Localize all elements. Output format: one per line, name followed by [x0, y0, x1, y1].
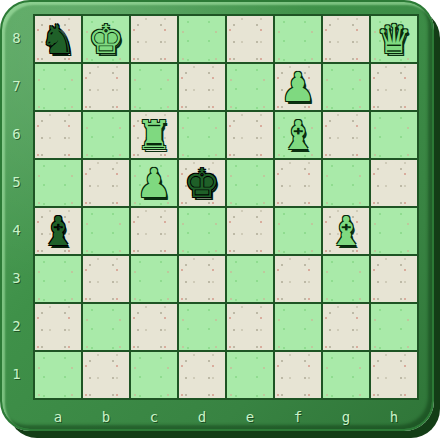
- square-f2[interactable]: [275, 304, 321, 350]
- piece-black-king-d5[interactable]: ♚: [184, 160, 220, 206]
- square-f7[interactable]: ♟: [275, 64, 321, 110]
- square-g4[interactable]: ♝: [323, 208, 369, 254]
- square-a8[interactable]: ♞: [35, 16, 81, 62]
- square-h7[interactable]: [371, 64, 417, 110]
- square-b5[interactable]: [83, 160, 129, 206]
- piece-white-rook-c6[interactable]: ♜: [136, 112, 172, 158]
- rank-label-8: 8: [2, 14, 31, 62]
- square-g1[interactable]: [323, 352, 369, 398]
- square-b6[interactable]: [83, 112, 129, 158]
- square-h8[interactable]: ♛: [371, 16, 417, 62]
- rank-label-5: 5: [2, 158, 31, 206]
- square-e2[interactable]: [227, 304, 273, 350]
- square-d7[interactable]: [179, 64, 225, 110]
- square-c1[interactable]: [131, 352, 177, 398]
- piece-black-bishop-a4[interactable]: ♝: [40, 208, 76, 254]
- square-g5[interactable]: [323, 160, 369, 206]
- square-h1[interactable]: [371, 352, 417, 398]
- square-c3[interactable]: [131, 256, 177, 302]
- piece-white-pawn-c5[interactable]: ♟: [136, 160, 172, 206]
- chess-board-window: ♞♚♛♟♜♝♟♚♝♝ 87654321 abcdefgh: [0, 0, 444, 442]
- file-label-e: e: [227, 405, 273, 429]
- file-label-f: f: [275, 405, 321, 429]
- piece-white-pawn-f7[interactable]: ♟: [280, 64, 316, 110]
- square-b2[interactable]: [83, 304, 129, 350]
- file-label-b: b: [83, 405, 129, 429]
- square-h4[interactable]: [371, 208, 417, 254]
- file-label-a: a: [35, 405, 81, 429]
- square-h5[interactable]: [371, 160, 417, 206]
- rank-label-7: 7: [2, 62, 31, 110]
- rank-label-4: 4: [2, 206, 31, 254]
- square-e8[interactable]: [227, 16, 273, 62]
- square-c6[interactable]: ♜: [131, 112, 177, 158]
- square-b3[interactable]: [83, 256, 129, 302]
- square-g3[interactable]: [323, 256, 369, 302]
- square-g7[interactable]: [323, 64, 369, 110]
- square-a2[interactable]: [35, 304, 81, 350]
- piece-white-bishop-g4[interactable]: ♝: [328, 208, 364, 254]
- square-c4[interactable]: [131, 208, 177, 254]
- square-a1[interactable]: [35, 352, 81, 398]
- square-c5[interactable]: ♟: [131, 160, 177, 206]
- square-e4[interactable]: [227, 208, 273, 254]
- square-d6[interactable]: [179, 112, 225, 158]
- square-a5[interactable]: [35, 160, 81, 206]
- square-e1[interactable]: [227, 352, 273, 398]
- square-e6[interactable]: [227, 112, 273, 158]
- piece-white-king-b8[interactable]: ♚: [88, 16, 124, 62]
- square-h6[interactable]: [371, 112, 417, 158]
- square-f3[interactable]: [275, 256, 321, 302]
- square-b4[interactable]: [83, 208, 129, 254]
- square-h3[interactable]: [371, 256, 417, 302]
- square-b1[interactable]: [83, 352, 129, 398]
- piece-black-knight-a8[interactable]: ♞: [40, 16, 76, 62]
- rank-label-6: 6: [2, 110, 31, 158]
- square-b8[interactable]: ♚: [83, 16, 129, 62]
- square-e7[interactable]: [227, 64, 273, 110]
- square-e5[interactable]: [227, 160, 273, 206]
- square-a4[interactable]: ♝: [35, 208, 81, 254]
- square-d8[interactable]: [179, 16, 225, 62]
- file-label-c: c: [131, 405, 177, 429]
- square-f1[interactable]: [275, 352, 321, 398]
- piece-white-queen-h8[interactable]: ♛: [376, 16, 412, 62]
- square-c8[interactable]: [131, 16, 177, 62]
- file-label-g: g: [323, 405, 369, 429]
- file-label-d: d: [179, 405, 225, 429]
- square-a6[interactable]: [35, 112, 81, 158]
- piece-white-bishop-f6[interactable]: ♝: [280, 112, 316, 158]
- square-g8[interactable]: [323, 16, 369, 62]
- rank-label-1: 1: [2, 350, 31, 398]
- square-b7[interactable]: [83, 64, 129, 110]
- rank-label-2: 2: [2, 302, 31, 350]
- square-c2[interactable]: [131, 304, 177, 350]
- square-f6[interactable]: ♝: [275, 112, 321, 158]
- square-a3[interactable]: [35, 256, 81, 302]
- square-d1[interactable]: [179, 352, 225, 398]
- square-d4[interactable]: [179, 208, 225, 254]
- square-a7[interactable]: [35, 64, 81, 110]
- chess-board: ♞♚♛♟♜♝♟♚♝♝: [33, 14, 419, 400]
- square-f5[interactable]: [275, 160, 321, 206]
- square-c7[interactable]: [131, 64, 177, 110]
- square-g2[interactable]: [323, 304, 369, 350]
- square-d5[interactable]: ♚: [179, 160, 225, 206]
- square-e3[interactable]: [227, 256, 273, 302]
- square-d2[interactable]: [179, 304, 225, 350]
- rank-label-3: 3: [2, 254, 31, 302]
- file-label-h: h: [371, 405, 417, 429]
- square-f4[interactable]: [275, 208, 321, 254]
- square-h2[interactable]: [371, 304, 417, 350]
- square-g6[interactable]: [323, 112, 369, 158]
- square-d3[interactable]: [179, 256, 225, 302]
- square-f8[interactable]: [275, 16, 321, 62]
